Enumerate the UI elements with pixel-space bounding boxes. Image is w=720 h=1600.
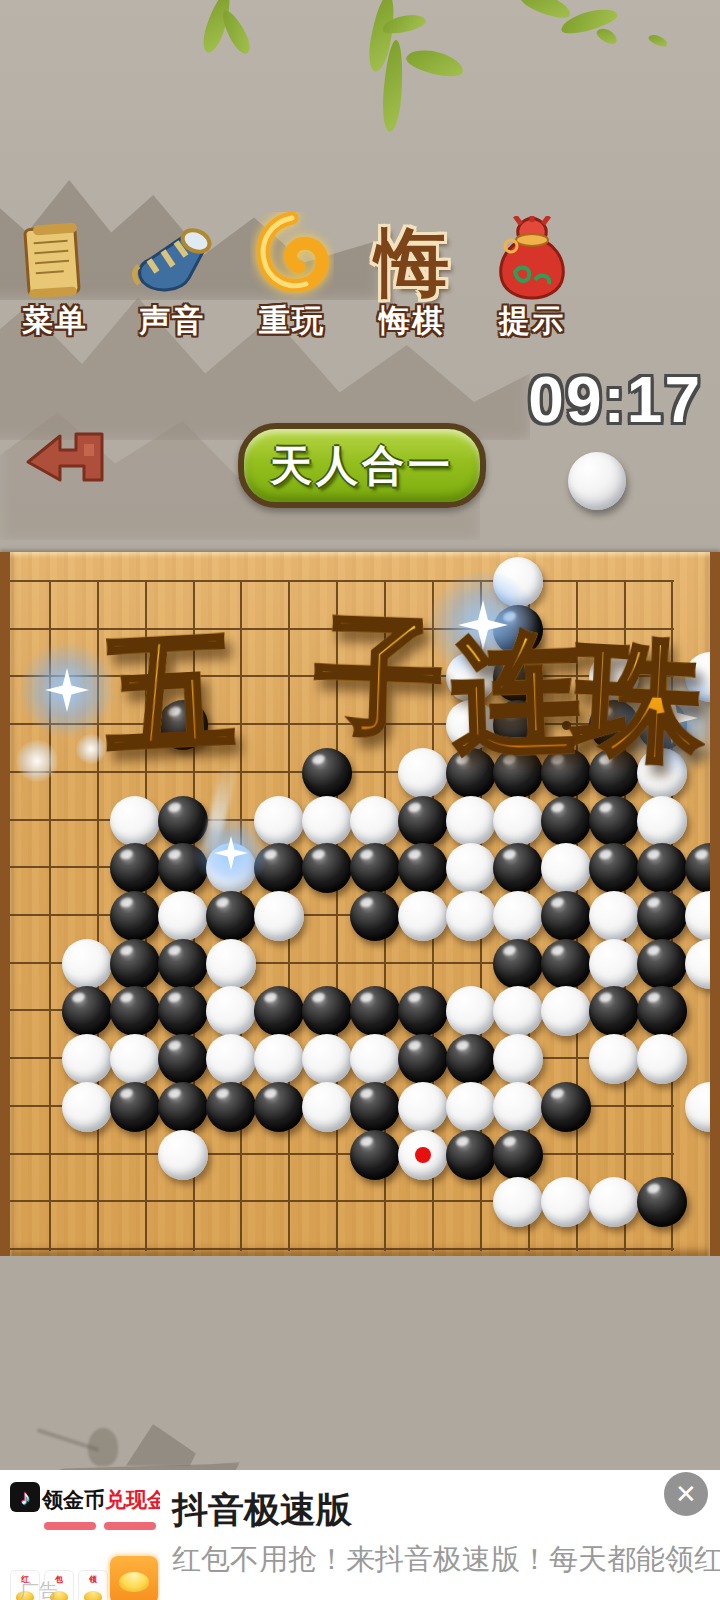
toolbar: 菜单 声音 重玩 悔 悔棋 — [0, 218, 720, 358]
white-stone-r11c6 — [302, 1082, 352, 1132]
black-stone-r5c8 — [398, 796, 448, 846]
black-stone-r8c13 — [637, 939, 687, 989]
black-stone-r11c4 — [206, 1082, 256, 1132]
sparkle-star — [45, 668, 89, 712]
hint-button[interactable]: 提示 — [477, 218, 587, 342]
menu-button[interactable]: 菜单 — [0, 218, 110, 342]
black-stone-r8c11 — [541, 939, 591, 989]
close-icon: ✕ — [675, 1481, 697, 1507]
black-stone-r9c7 — [350, 986, 400, 1036]
black-stone-r12c7 — [350, 1130, 400, 1180]
black-stone-r8c3 — [158, 939, 208, 989]
black-stone-r7c7 — [350, 891, 400, 941]
black-stone-r7c13 — [637, 891, 687, 941]
white-stone-r7c12 — [589, 891, 639, 941]
white-stone-r5c2 — [110, 796, 160, 846]
white-stone-r10c7 — [350, 1034, 400, 1084]
undo-label: 悔棋 — [357, 300, 467, 342]
ad-watermark: 广告 — [20, 1578, 58, 1600]
black-stone-r5c11 — [541, 796, 591, 846]
white-stone-r12c8 — [398, 1130, 448, 1180]
black-stone-r12c10 — [493, 1130, 543, 1180]
bottom-background — [0, 1256, 720, 1500]
black-stone-r11c5 — [254, 1082, 304, 1132]
white-stone-r12c3 — [158, 1130, 208, 1180]
black-stone-r8c10 — [493, 939, 543, 989]
ad-banner[interactable]: ♪ 领金币兑现金 红 包 领 广告 抖音极速版 红包不用抢！来抖音极速版！每天都… — [0, 1470, 720, 1600]
coin-tile: 领 — [78, 1570, 108, 1600]
board-title-char: 五 — [103, 627, 238, 762]
ad-slogan: 领金币兑现金 — [42, 1486, 160, 1514]
bamboo-leaf — [594, 25, 619, 46]
black-stone-r10c3 — [158, 1034, 208, 1084]
ad-slogan-red: 兑现金 — [105, 1488, 160, 1511]
sparkle-glow — [16, 740, 58, 782]
white-stone-r7c3 — [158, 891, 208, 941]
white-stone-r10c6 — [302, 1034, 352, 1084]
replay-button[interactable]: 重玩 — [237, 218, 347, 342]
ad-subtitle: 红包不用抢！来抖音极速版！每天都能领红… — [172, 1540, 720, 1580]
sparkle-glow — [76, 734, 106, 764]
black-stone-r6c7 — [350, 843, 400, 893]
black-stone-r7c11 — [541, 891, 591, 941]
black-stone-r5c12 — [589, 796, 639, 846]
ad-title: 抖音极速版 — [172, 1486, 352, 1535]
black-stone-r10c9 — [446, 1034, 496, 1084]
ad-fineprint-bar — [44, 1522, 96, 1530]
white-stone-r8c4 — [206, 939, 256, 989]
white-stone-r5c13 — [637, 796, 687, 846]
black-stone-r13c13 — [637, 1177, 687, 1227]
black-stone-r9c6 — [302, 986, 352, 1036]
scroll-icon — [0, 218, 110, 300]
horn-icon — [117, 218, 227, 300]
ad-slogan-black: 领金币 — [42, 1488, 105, 1511]
ad-fineprint-bar — [104, 1522, 156, 1530]
white-stone-r5c10 — [493, 796, 543, 846]
boat-sketch-canopy — [118, 1424, 196, 1466]
white-stone-r10c4 — [206, 1034, 256, 1084]
white-stone-r4c8 — [398, 748, 448, 798]
sound-button[interactable]: 声音 — [117, 218, 227, 342]
hui-character-icon: 悔 — [375, 226, 449, 300]
bamboo-leaf — [647, 32, 669, 48]
black-stone-r11c7 — [350, 1082, 400, 1132]
board-title-char: 子 — [314, 612, 446, 744]
sparkle-star — [214, 836, 248, 870]
back-arrow-button[interactable] — [24, 422, 108, 496]
black-stone-r11c11 — [541, 1082, 591, 1132]
bamboo-leaf — [518, 0, 573, 22]
white-stone-r10c12 — [589, 1034, 639, 1084]
white-stone-r5c7 — [350, 796, 400, 846]
mode-button-label: 天人合一 — [270, 438, 454, 494]
white-stone-r11c1 — [62, 1082, 112, 1132]
board-title-char: 连 — [450, 628, 582, 760]
board-title-char: 珠 — [573, 635, 708, 770]
white-stone-r11c10 — [493, 1082, 543, 1132]
black-stone-r11c3 — [158, 1082, 208, 1132]
black-stone-r7c2 — [110, 891, 160, 941]
undo-button[interactable]: 悔 悔棋 — [357, 218, 467, 342]
sound-label: 声音 — [117, 300, 227, 342]
menu-label: 菜单 — [0, 300, 110, 342]
black-stone-r12c9 — [446, 1130, 496, 1180]
black-stone-r6c8 — [398, 843, 448, 893]
mode-button[interactable]: 天人合一 — [238, 423, 486, 508]
white-stone-r11c9 — [446, 1082, 496, 1132]
white-stone-r9c9 — [446, 986, 496, 1036]
black-stone-r6c6 — [302, 843, 352, 893]
white-stone-r7c9 — [446, 891, 496, 941]
gomoku-board[interactable]: 五 子 连 珠 确 定 — [0, 552, 720, 1256]
black-stone-r6c13 — [637, 843, 687, 893]
replay-label: 重玩 — [237, 300, 347, 342]
white-stone-r7c5 — [254, 891, 304, 941]
white-stone-r11c8 — [398, 1082, 448, 1132]
white-stone-r5c6 — [302, 796, 352, 846]
turn-indicator-white-stone — [568, 452, 626, 510]
white-stone-r8c12 — [589, 939, 639, 989]
hint-label: 提示 — [477, 300, 587, 342]
white-stone-r10c5 — [254, 1034, 304, 1084]
white-stone-r7c8 — [398, 891, 448, 941]
black-stone-r4c6 — [302, 748, 352, 798]
white-stone-r10c13 — [637, 1034, 687, 1084]
black-stone-r9c8 — [398, 986, 448, 1036]
black-stone-r7c4 — [206, 891, 256, 941]
black-stone-r11c2 — [110, 1082, 160, 1132]
tiktok-logo-icon: ♪ — [10, 1482, 40, 1512]
black-stone-r9c5 — [254, 986, 304, 1036]
ad-close-button[interactable]: ✕ — [664, 1472, 708, 1516]
white-stone-r6c9 — [446, 843, 496, 893]
bamboo-leaf — [404, 45, 466, 80]
white-stone-r5c9 — [446, 796, 496, 846]
red-pouch-icon — [477, 218, 587, 300]
black-stone-r8c2 — [110, 939, 160, 989]
game-timer: 09:17 — [528, 363, 702, 437]
white-stone-r8c1 — [62, 939, 112, 989]
flame-swirl-icon — [237, 218, 347, 300]
gold-ingot-icon — [110, 1556, 158, 1600]
black-stone-r10c8 — [398, 1034, 448, 1084]
